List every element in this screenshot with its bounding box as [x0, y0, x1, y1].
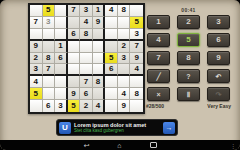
cell-r6c1[interactable]: 3 — [30, 64, 43, 76]
ad-banner[interactable]: U Lorem ipsum dolor sit amet Stet clita … — [56, 119, 178, 136]
cell-r3c3[interactable] — [55, 29, 68, 41]
cell-r7c4[interactable] — [68, 76, 81, 88]
cell-r7c9[interactable] — [130, 76, 143, 88]
key-redo-redo-icon[interactable]: ↷ — [207, 87, 230, 101]
cell-r1c6[interactable]: 1 — [93, 5, 106, 17]
cell-r2c4[interactable] — [68, 17, 81, 29]
key-2[interactable]: 2 — [177, 15, 200, 29]
home-icon[interactable]: ⌂ — [117, 141, 121, 149]
cell-r1c8[interactable]: 8 — [118, 5, 131, 17]
cell-r9c1[interactable] — [30, 100, 43, 112]
cell-r5c5[interactable] — [80, 53, 93, 65]
cell-r9c7[interactable] — [105, 100, 118, 112]
cell-r9c3[interactable]: 3 — [55, 100, 68, 112]
game-timer: 00:41 — [147, 7, 230, 13]
cell-r4c9[interactable]: 7 — [130, 41, 143, 53]
cell-r2c2[interactable]: 3 — [43, 17, 56, 29]
question-icon: ? — [186, 73, 190, 80]
sudoku-board: 5731487349568391272865393764478596486352… — [28, 3, 145, 114]
cell-r3c6[interactable] — [93, 29, 106, 41]
cell-r8c4[interactable]: 9 — [68, 88, 81, 100]
number-keypad: 123456789╱?↶×Ⅱ↷ — [147, 15, 230, 101]
app-screen: 5731487349568391272865393764478596486352… — [0, 0, 240, 150]
cell-r4c2[interactable] — [43, 41, 56, 53]
cell-r6c4[interactable] — [68, 64, 81, 76]
cell-r7c7[interactable] — [105, 76, 118, 88]
cell-r3c4[interactable]: 6 — [68, 29, 81, 41]
cell-r2c8[interactable] — [118, 17, 131, 29]
cell-r1c4[interactable]: 7 — [68, 5, 81, 17]
cell-r3c9[interactable]: 3 — [130, 29, 143, 41]
pause-icon: Ⅱ — [187, 91, 190, 98]
cell-r5c1[interactable]: 2 — [30, 53, 43, 65]
undo-icon: ↶ — [216, 73, 222, 80]
cell-r1c7[interactable]: 4 — [105, 5, 118, 17]
key-8[interactable]: 8 — [177, 51, 200, 65]
cell-r2c9[interactable]: 5 — [130, 17, 143, 29]
key-6[interactable]: 6 — [207, 33, 230, 47]
key-1[interactable]: 1 — [147, 15, 170, 29]
cell-r6c9[interactable]: 4 — [130, 64, 143, 76]
key-5[interactable]: 5 — [177, 33, 200, 47]
cell-r5c9[interactable]: 9 — [130, 53, 143, 65]
cell-r2c6[interactable]: 9 — [93, 17, 106, 29]
cell-r3c1[interactable] — [30, 29, 43, 41]
cell-r5c8[interactable]: 3 — [118, 53, 131, 65]
cell-r3c8[interactable] — [118, 29, 131, 41]
cell-r6c6[interactable] — [93, 64, 106, 76]
cell-r7c6[interactable]: 8 — [93, 76, 106, 88]
cell-r6c5[interactable] — [80, 64, 93, 76]
cell-r6c7[interactable]: 6 — [105, 64, 118, 76]
key-undo-undo-icon[interactable]: ↶ — [207, 69, 230, 83]
cell-r7c5[interactable]: 7 — [80, 76, 93, 88]
ad-action-button[interactable]: → — [163, 122, 175, 134]
ad-text: Lorem ipsum dolor sit amet Stet clita ka… — [74, 122, 146, 133]
cell-r7c8[interactable] — [118, 76, 131, 88]
cell-r3c2[interactable] — [43, 29, 56, 41]
cell-r8c2[interactable] — [43, 88, 56, 100]
cell-r9c8[interactable]: 9 — [118, 100, 131, 112]
cell-r2c3[interactable] — [55, 17, 68, 29]
cell-r8c6[interactable] — [93, 88, 106, 100]
android-navbar: ↩ ⌂ ⋮ — [0, 140, 240, 150]
difficulty-label: Very Easy — [207, 103, 231, 109]
puzzle-number: #28/500 — [146, 103, 164, 109]
cell-r8c8[interactable]: 4 — [118, 88, 131, 100]
cell-r9c6[interactable]: 4 — [93, 100, 106, 112]
cell-r4c8[interactable]: 2 — [118, 41, 131, 53]
cell-r6c3[interactable] — [55, 64, 68, 76]
cell-r2c1[interactable]: 7 — [30, 17, 43, 29]
cell-r8c1[interactable]: 5 — [30, 88, 43, 100]
redo-icon: ↷ — [216, 91, 222, 98]
cell-r1c5[interactable]: 3 — [80, 5, 93, 17]
cell-r6c8[interactable] — [118, 64, 131, 76]
key-3[interactable]: 3 — [207, 15, 230, 29]
cell-r9c2[interactable]: 6 — [43, 100, 56, 112]
key-7[interactable]: 7 — [147, 51, 170, 65]
cell-r4c1[interactable]: 9 — [30, 41, 43, 53]
clear-icon: × — [156, 91, 160, 98]
back-icon[interactable]: ↩ — [83, 141, 89, 149]
tablet-screenshot: 5731487349568391272865393764478596486352… — [0, 0, 240, 150]
pencil-icon: ╱ — [156, 73, 160, 80]
key-clear-clear-icon[interactable]: × — [147, 87, 170, 101]
recents-icon[interactable] — [150, 141, 157, 149]
cell-r1c3[interactable] — [55, 5, 68, 17]
cell-r4c4[interactable] — [68, 41, 81, 53]
cell-r5c4[interactable] — [68, 53, 81, 65]
cell-r4c6[interactable] — [93, 41, 106, 53]
cell-r1c9[interactable] — [130, 5, 143, 17]
cell-r2c5[interactable]: 4 — [80, 17, 93, 29]
cell-r8c5[interactable]: 6 — [80, 88, 93, 100]
cell-r1c1[interactable] — [30, 5, 43, 17]
cell-r7c3[interactable] — [55, 76, 68, 88]
cell-r7c1[interactable]: 4 — [30, 76, 43, 88]
key-hint-question-icon[interactable]: ? — [177, 69, 200, 83]
status-line: #28/500 Very Easy — [146, 103, 231, 109]
cell-r4c3[interactable]: 1 — [55, 41, 68, 53]
cell-r5c7[interactable]: 5 — [105, 53, 118, 65]
cell-r9c5[interactable]: 2 — [80, 100, 93, 112]
cell-r2c7[interactable] — [105, 17, 118, 29]
key-pencil-pencil-icon[interactable]: ╱ — [147, 69, 170, 83]
cell-r5c6[interactable] — [93, 53, 106, 65]
ad-logo-icon: U — [59, 122, 71, 134]
cell-r9c9[interactable] — [130, 100, 143, 112]
cell-r1c2[interactable]: 5 — [43, 5, 56, 17]
cell-r5c3[interactable]: 6 — [55, 53, 68, 65]
key-4[interactable]: 4 — [147, 33, 170, 47]
key-9[interactable]: 9 — [207, 51, 230, 65]
cell-r4c7[interactable] — [105, 41, 118, 53]
cell-r4c5[interactable] — [80, 41, 93, 53]
cell-r5c2[interactable]: 8 — [43, 53, 56, 65]
cell-r8c3[interactable] — [55, 88, 68, 100]
cell-r7c2[interactable] — [43, 76, 56, 88]
key-pause-pause-icon[interactable]: Ⅱ — [177, 87, 200, 101]
cell-r3c7[interactable] — [105, 29, 118, 41]
cell-r6c2[interactable]: 7 — [43, 64, 56, 76]
ad-subtitle: Stet clita kasd gubergren — [74, 128, 146, 133]
menu-dots-icon[interactable]: ⋮ — [230, 142, 236, 149]
cell-r3c5[interactable]: 8 — [80, 29, 93, 41]
cell-r9c4[interactable]: 5 — [68, 100, 81, 112]
cell-r8c7[interactable] — [105, 88, 118, 100]
cell-r8c9[interactable]: 8 — [130, 88, 143, 100]
